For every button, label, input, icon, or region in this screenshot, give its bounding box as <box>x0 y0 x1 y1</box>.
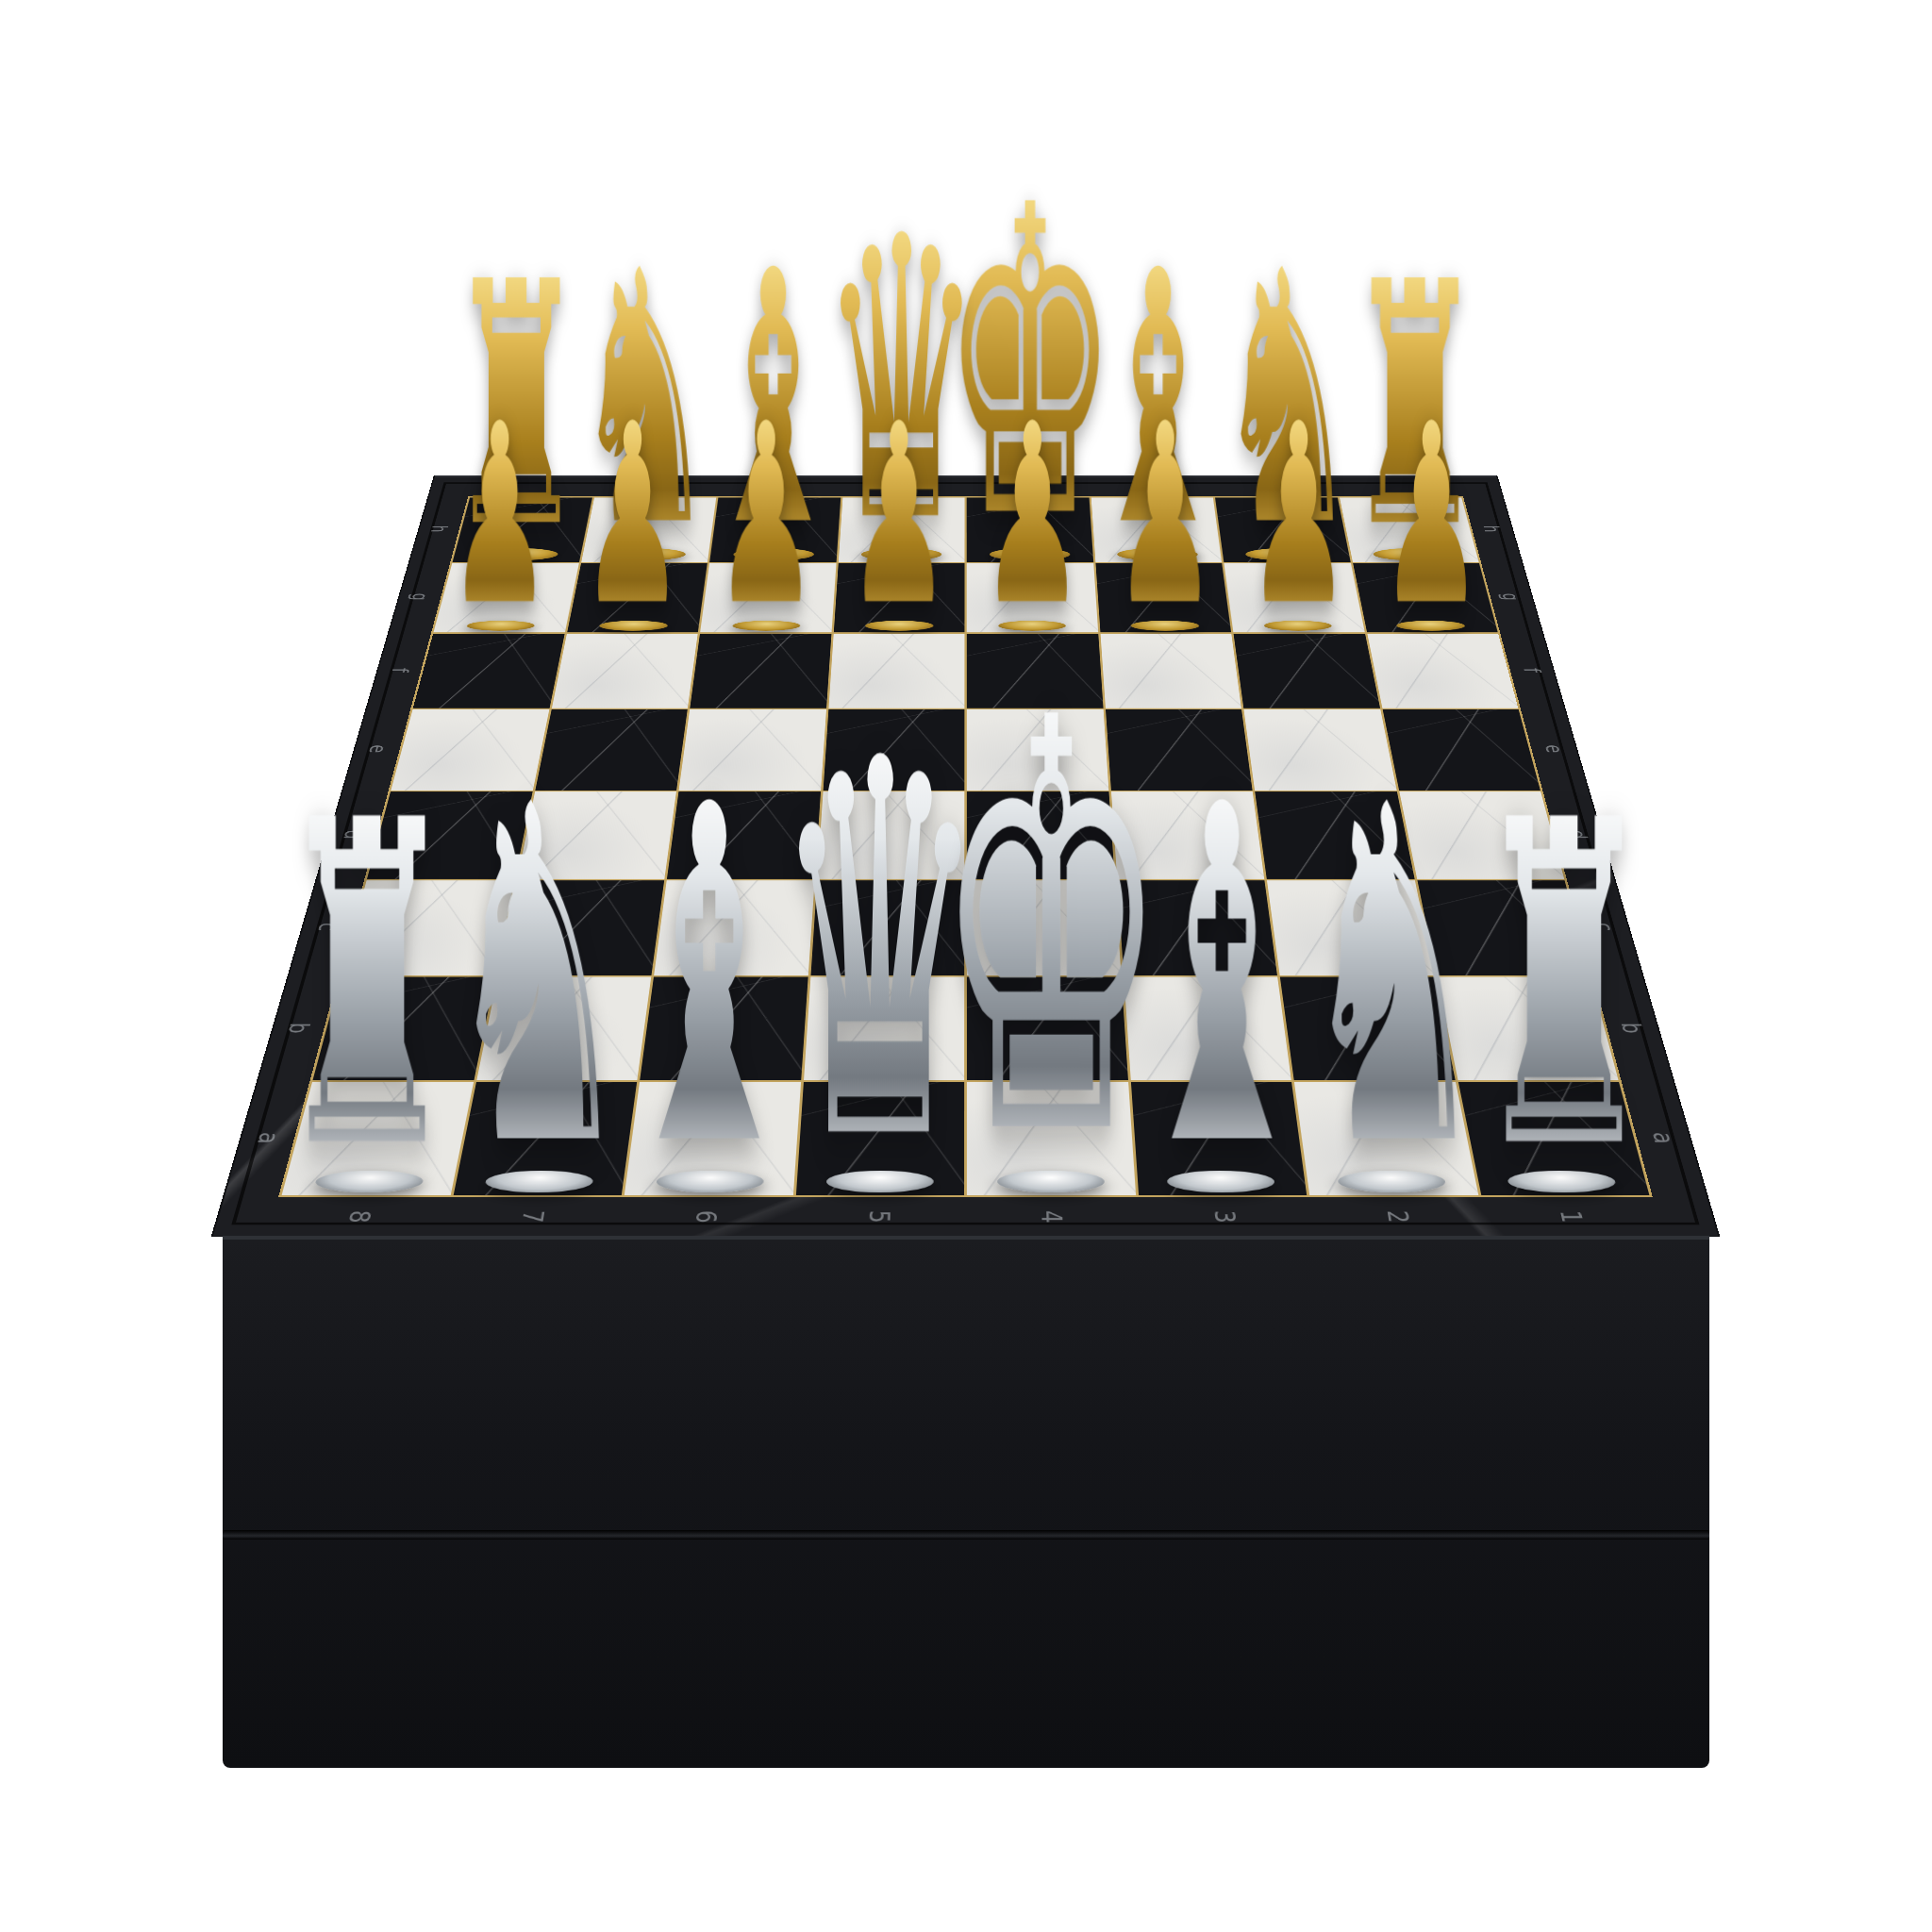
border-number-7: 7 <box>515 1210 550 1223</box>
border-letter-left-g: g <box>407 593 433 601</box>
border-number-6: 6 <box>689 1210 723 1223</box>
square-c7: ♟ <box>700 563 836 632</box>
product-photo: abcdefgh abcdefgh 87654321 ♜♞♝♛♚♝♞♜♟♟♟♟♟… <box>0 0 1932 1932</box>
gold-pawn-d7: ♟ <box>848 401 951 629</box>
square-b7: ♟ <box>567 563 708 632</box>
silver-knight-g1: ♞ <box>1297 764 1490 1191</box>
square-e1: ♚ <box>967 1082 1136 1195</box>
storage-box <box>223 1236 1709 1768</box>
square-b1: ♞ <box>453 1082 637 1195</box>
chess-board: abcdefgh abcdefgh 87654321 ♜♞♝♛♚♝♞♜♟♟♟♟♟… <box>213 475 1718 1236</box>
square-g1: ♞ <box>1294 1082 1478 1195</box>
border-numbers-near: 87654321 <box>268 1197 1663 1236</box>
square-b6 <box>552 634 698 708</box>
gold-pawn-c7: ♟ <box>714 401 817 629</box>
silver-bishop-c1: ♝ <box>613 764 806 1191</box>
box-lid-seam <box>223 1530 1709 1540</box>
gold-pawn-f7: ♟ <box>1114 401 1217 629</box>
silver-rook-h1: ♜ <box>1472 781 1657 1191</box>
gold-pawn-g7: ♟ <box>1247 401 1350 629</box>
square-c1: ♝ <box>625 1082 801 1195</box>
border-letter-right-f: f <box>1518 668 1545 673</box>
border-letter-right-g: g <box>1497 593 1524 601</box>
square-a7: ♟ <box>433 563 578 632</box>
square-g6 <box>1234 634 1380 708</box>
square-g7: ♟ <box>1224 563 1364 632</box>
square-h6 <box>1367 634 1518 708</box>
silver-rook-a1: ♜ <box>275 781 459 1191</box>
board-grid: ♜♞♝♛♚♝♞♜♟♟♟♟♟♟♟♟♜♞♝♛♚♝♞♜ <box>278 496 1653 1197</box>
border-number-1: 1 <box>1554 1210 1590 1223</box>
border-number-8: 8 <box>341 1210 377 1223</box>
gold-pawn-h7: ♟ <box>1380 401 1483 629</box>
silver-king-e1: ♚ <box>934 670 1168 1191</box>
gold-pawn-b7: ♟ <box>581 401 684 629</box>
border-number-2: 2 <box>1381 1210 1416 1223</box>
gold-pawn-a7: ♟ <box>448 401 551 629</box>
square-h1: ♜ <box>1457 1082 1649 1195</box>
square-h7: ♟ <box>1353 563 1498 632</box>
border-number-5: 5 <box>862 1210 895 1223</box>
silver-knight-b1: ♞ <box>441 764 634 1191</box>
square-a6 <box>413 634 564 708</box>
gold-pawn-e7: ♟ <box>981 401 1084 629</box>
border-letter-left-f: f <box>386 668 413 673</box>
square-a1: ♜ <box>282 1082 474 1195</box>
border-number-3: 3 <box>1208 1210 1242 1223</box>
border-number-4: 4 <box>1036 1210 1069 1223</box>
